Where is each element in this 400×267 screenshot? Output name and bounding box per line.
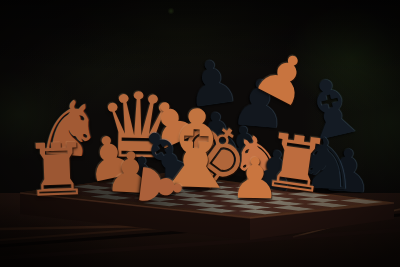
photo-scene: ♞♜♟♟♟♛♟♝♚♝♟♟♟♟♟♞♟♟♜♟♝♞♟ (0, 0, 400, 267)
white-pawn-d[interactable]: ♟ (229, 151, 280, 208)
white-rook-left[interactable]: ♜ (23, 133, 90, 207)
white-pawn-fallen[interactable]: ♟ (129, 158, 191, 215)
pieces-layer: ♞♜♟♟♟♛♟♝♚♝♟♟♟♟♟♞♟♟♜♟♝♞♟ (0, 0, 400, 267)
